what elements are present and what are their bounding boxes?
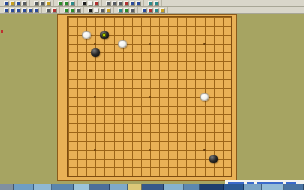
taskbar-window-thumb[interactable] <box>142 184 164 190</box>
workspace-background <box>0 14 304 184</box>
variation-up-button[interactable] <box>64 8 69 13</box>
taskbar-window-thumb[interactable] <box>90 184 110 190</box>
black-stone-tool-icon <box>83 2 86 5</box>
prev-game-button[interactable] <box>58 1 63 6</box>
play-black-button[interactable] <box>88 8 93 13</box>
open-file-icon <box>11 2 14 5</box>
taskbar-window-thumb[interactable] <box>164 184 184 190</box>
variation-list-icon <box>77 9 80 12</box>
mark-triangle-button[interactable] <box>106 1 111 6</box>
setup-mode-button[interactable] <box>106 8 111 13</box>
to-start-icon <box>5 9 8 12</box>
forward-1-icon <box>23 9 26 12</box>
delete-move-icon <box>53 9 56 12</box>
analyze-icon <box>155 9 158 12</box>
back-10-button[interactable] <box>10 8 15 13</box>
taskbar-window-thumb[interactable] <box>200 184 224 190</box>
go-board[interactable] <box>57 14 237 181</box>
mark-square-button[interactable] <box>112 1 117 6</box>
taskbar-window-thumb[interactable] <box>74 184 90 190</box>
help-icon <box>161 9 164 12</box>
taskbar-window-thumb[interactable] <box>34 184 52 190</box>
black-stone[interactable] <box>209 155 218 164</box>
zoom-in-button[interactable] <box>148 1 153 6</box>
label-number-icon <box>137 2 140 5</box>
star-point <box>203 43 205 45</box>
taskbar-window-thumb[interactable] <box>244 184 262 190</box>
play-black-icon <box>89 9 92 12</box>
star-point <box>94 43 96 45</box>
pass-move-icon <box>47 9 50 12</box>
star-point <box>203 149 205 151</box>
taskbar-window-thumb[interactable] <box>110 184 128 190</box>
star-point <box>149 96 151 98</box>
open-file-button[interactable] <box>10 1 15 6</box>
save-file-button[interactable] <box>16 1 21 6</box>
toolbar-group <box>3 7 42 13</box>
star-point <box>149 149 151 151</box>
star-point <box>149 43 151 45</box>
next-game-icon <box>65 2 68 5</box>
delete-move-button[interactable] <box>52 8 57 13</box>
new-board-icon <box>5 2 8 5</box>
stone-grid[interactable] <box>63 13 236 181</box>
toolbar-group <box>45 7 60 13</box>
game-info-button[interactable] <box>70 1 75 6</box>
toolbar-group <box>3 0 30 6</box>
mark-cross-button[interactable] <box>124 1 129 6</box>
game-tree-icon <box>125 9 128 12</box>
label-number-button[interactable] <box>136 1 141 6</box>
taskbar-window-thumb[interactable] <box>284 184 304 190</box>
taskbar-window-thumb[interactable] <box>14 184 34 190</box>
forward-10-icon <box>29 9 32 12</box>
star-point <box>94 149 96 151</box>
erase-tool-icon <box>95 2 98 5</box>
toolbar-group <box>105 0 144 6</box>
cut-icon <box>35 2 38 5</box>
forward-1-button[interactable] <box>22 8 27 13</box>
star-point <box>94 96 96 98</box>
white-stone[interactable] <box>118 40 127 49</box>
comment-icon <box>119 9 122 12</box>
zoom-in-icon <box>149 2 152 5</box>
back-10-icon <box>11 9 14 12</box>
white-stone-tool-icon <box>89 2 92 5</box>
paste-button[interactable] <box>46 1 51 6</box>
score-estimate-button[interactable] <box>130 8 135 13</box>
next-game-button[interactable] <box>64 1 69 6</box>
toolbar-group <box>33 0 54 6</box>
toolbar-group <box>81 0 102 6</box>
count-button[interactable] <box>148 8 153 13</box>
mark-cross-icon <box>125 2 128 5</box>
toolbar-group <box>147 0 162 6</box>
alternate-play-icon <box>101 9 104 12</box>
print-button[interactable] <box>22 1 27 6</box>
variation-list-button[interactable] <box>76 8 81 13</box>
help-button[interactable] <box>160 8 165 13</box>
play-white-button[interactable] <box>94 8 99 13</box>
comment-button[interactable] <box>118 8 123 13</box>
variation-down-icon <box>71 9 74 12</box>
erase-tool-button[interactable] <box>94 1 99 6</box>
back-1-icon <box>17 9 20 12</box>
back-1-button[interactable] <box>16 8 21 13</box>
toolbar-group <box>57 0 78 6</box>
white-stone-tool-button[interactable] <box>88 1 93 6</box>
taskbar-window-thumb[interactable] <box>0 184 14 190</box>
mark-square-icon <box>113 2 116 5</box>
variation-down-button[interactable] <box>70 8 75 13</box>
mark-triangle-icon <box>107 2 110 5</box>
black-stone[interactable] <box>100 31 109 40</box>
count-icon <box>149 9 152 12</box>
new-board-button[interactable] <box>4 1 9 6</box>
territory-icon <box>143 9 146 12</box>
toolbar-row-1 <box>0 0 304 7</box>
game-info-icon <box>71 2 74 5</box>
analyze-button[interactable] <box>154 8 159 13</box>
last-move-marker <box>102 33 106 37</box>
forward-10-button[interactable] <box>28 8 33 13</box>
variation-up-icon <box>65 9 68 12</box>
play-white-icon <box>95 9 98 12</box>
copy-button[interactable] <box>40 1 45 6</box>
to-start-button[interactable] <box>4 8 9 13</box>
taskbar-filmstrip <box>0 184 304 190</box>
setup-mode-icon <box>107 9 110 12</box>
score-estimate-icon <box>131 9 134 12</box>
edge-marker <box>1 30 4 33</box>
label-letter-icon <box>131 2 134 5</box>
to-end-icon <box>35 9 38 12</box>
taskbar-window-thumb[interactable] <box>262 184 284 190</box>
territory-button[interactable] <box>142 8 147 13</box>
to-end-button[interactable] <box>34 8 39 13</box>
print-icon <box>23 2 26 5</box>
pass-move-button[interactable] <box>46 8 51 13</box>
taskbar-window-thumb[interactable] <box>184 184 200 190</box>
paste-icon <box>47 2 50 5</box>
white-stone[interactable] <box>82 31 91 40</box>
mark-circle-button[interactable] <box>118 1 123 6</box>
cut-button[interactable] <box>34 1 39 6</box>
taskbar-window-thumb[interactable] <box>224 184 244 190</box>
black-stone-tool-button[interactable] <box>82 1 87 6</box>
black-stone[interactable] <box>91 48 100 57</box>
save-file-icon <box>17 2 20 5</box>
mark-circle-icon <box>119 2 122 5</box>
alternate-play-button[interactable] <box>100 8 105 13</box>
game-tree-button[interactable] <box>124 8 129 13</box>
label-letter-button[interactable] <box>130 1 135 6</box>
white-stone[interactable] <box>200 93 209 102</box>
taskbar-window-thumb[interactable] <box>52 184 74 190</box>
prev-game-icon <box>59 2 62 5</box>
zoom-out-icon <box>155 2 158 5</box>
copy-icon <box>41 2 44 5</box>
taskbar-window-thumb[interactable] <box>128 184 142 190</box>
zoom-out-button[interactable] <box>154 1 159 6</box>
